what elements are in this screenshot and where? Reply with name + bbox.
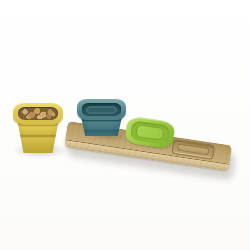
yellow-bowl — [13, 103, 63, 153]
tray-recess-inner-plateau — [177, 143, 210, 155]
yellow-bowl-cavity — [18, 107, 58, 120]
green-bowl-fold-ring — [130, 120, 170, 144]
teal-bowl-rim — [77, 99, 126, 120]
product-photo — [0, 0, 250, 250]
teal-bowl — [77, 99, 126, 136]
teal-bowl-inner-fold — [86, 106, 117, 114]
green-bowl-center-panel — [135, 124, 165, 141]
kibble-contents — [19, 108, 57, 119]
tray-recess-slot — [171, 139, 215, 160]
yellow-bowl-rim — [13, 103, 63, 125]
teal-bowl-cavity — [82, 103, 121, 116]
